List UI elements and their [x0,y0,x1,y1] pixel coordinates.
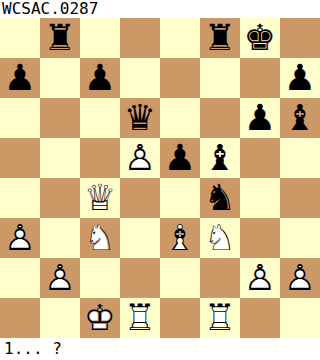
square-h6[interactable]: ♝ [280,98,320,138]
piece-outline: ♕ [80,178,120,218]
square-d1[interactable]: ♜♖ [120,298,160,338]
white-pawn[interactable]: ♟♙ [240,258,280,298]
square-a4[interactable] [0,178,40,218]
piece-outline: ♘ [80,218,120,258]
square-c4[interactable]: ♛♕ [80,178,120,218]
square-h4[interactable] [280,178,320,218]
square-b6[interactable] [40,98,80,138]
black-bishop[interactable]: ♝ [280,98,320,138]
square-a2[interactable] [0,258,40,298]
square-d8[interactable] [120,18,160,58]
piece-outline: ♙ [40,258,80,298]
white-rook[interactable]: ♜♖ [120,298,160,338]
square-e3[interactable]: ♝♗ [160,218,200,258]
black-knight[interactable]: ♞ [200,178,240,218]
square-a7[interactable]: ♟ [0,58,40,98]
white-queen[interactable]: ♛♕ [80,178,120,218]
white-pawn[interactable]: ♟♙ [40,258,80,298]
black-bishop[interactable]: ♝ [200,138,240,178]
square-f5[interactable]: ♝ [200,138,240,178]
square-g5[interactable] [240,138,280,178]
black-pawn[interactable]: ♟ [280,58,320,98]
square-e6[interactable] [160,98,200,138]
black-king[interactable]: ♚ [240,18,280,58]
square-e8[interactable] [160,18,200,58]
square-g1[interactable] [240,298,280,338]
piece-outline: ♙ [120,138,160,178]
square-d2[interactable] [120,258,160,298]
puzzle-id-label: WCSAC.0287 [0,0,320,18]
piece-outline: ♗ [160,218,200,258]
black-rook[interactable]: ♜ [40,18,80,58]
black-queen[interactable]: ♛ [120,98,160,138]
square-f1[interactable]: ♜♖ [200,298,240,338]
square-g4[interactable] [240,178,280,218]
square-b5[interactable] [40,138,80,178]
white-knight[interactable]: ♞♘ [200,218,240,258]
square-d5[interactable]: ♟♙ [120,138,160,178]
black-pawn[interactable]: ♟ [160,138,200,178]
square-f4[interactable]: ♞ [200,178,240,218]
white-king[interactable]: ♚♔ [80,298,120,338]
square-e1[interactable] [160,298,200,338]
square-d4[interactable] [120,178,160,218]
square-b7[interactable] [40,58,80,98]
square-h1[interactable] [280,298,320,338]
square-e2[interactable] [160,258,200,298]
square-f2[interactable] [200,258,240,298]
piece-outline: ♔ [80,298,120,338]
square-c5[interactable] [80,138,120,178]
black-pawn[interactable]: ♟ [0,58,40,98]
square-c3[interactable]: ♞♘ [80,218,120,258]
square-g7[interactable] [240,58,280,98]
piece-outline: ♙ [240,258,280,298]
square-c7[interactable]: ♟ [80,58,120,98]
move-prompt: 1... ? [0,338,320,360]
square-c6[interactable] [80,98,120,138]
square-c1[interactable]: ♚♔ [80,298,120,338]
square-a3[interactable]: ♟♙ [0,218,40,258]
square-d6[interactable]: ♛ [120,98,160,138]
square-a8[interactable] [0,18,40,58]
square-g6[interactable]: ♟ [240,98,280,138]
square-d7[interactable] [120,58,160,98]
white-pawn[interactable]: ♟♙ [0,218,40,258]
square-f3[interactable]: ♞♘ [200,218,240,258]
square-h2[interactable]: ♟♙ [280,258,320,298]
square-g3[interactable] [240,218,280,258]
square-b2[interactable]: ♟♙ [40,258,80,298]
square-e7[interactable] [160,58,200,98]
white-pawn[interactable]: ♟♙ [120,138,160,178]
square-h8[interactable] [280,18,320,58]
black-pawn[interactable]: ♟ [240,98,280,138]
square-b3[interactable] [40,218,80,258]
black-pawn[interactable]: ♟ [80,58,120,98]
square-e5[interactable]: ♟ [160,138,200,178]
white-rook[interactable]: ♜♖ [200,298,240,338]
square-a5[interactable] [0,138,40,178]
square-h3[interactable] [280,218,320,258]
piece-outline: ♖ [200,298,240,338]
chess-board: ♜♜♚♟♟♟♛♟♝♟♙♟♝♛♕♞♟♙♞♘♝♗♞♘♟♙♟♙♟♙♚♔♜♖♜♖ [0,18,320,338]
square-f7[interactable] [200,58,240,98]
square-f6[interactable] [200,98,240,138]
square-h5[interactable] [280,138,320,178]
square-b4[interactable] [40,178,80,218]
piece-outline: ♖ [120,298,160,338]
square-d3[interactable] [120,218,160,258]
square-f8[interactable]: ♜ [200,18,240,58]
square-c2[interactable] [80,258,120,298]
square-b8[interactable]: ♜ [40,18,80,58]
piece-outline: ♙ [280,258,320,298]
white-knight[interactable]: ♞♘ [80,218,120,258]
square-a6[interactable] [0,98,40,138]
square-c8[interactable] [80,18,120,58]
square-e4[interactable] [160,178,200,218]
square-h7[interactable]: ♟ [280,58,320,98]
square-g8[interactable]: ♚ [240,18,280,58]
square-a1[interactable] [0,298,40,338]
white-pawn[interactable]: ♟♙ [280,258,320,298]
square-b1[interactable] [40,298,80,338]
white-bishop[interactable]: ♝♗ [160,218,200,258]
piece-outline: ♘ [200,218,240,258]
black-rook[interactable]: ♜ [200,18,240,58]
square-g2[interactable]: ♟♙ [240,258,280,298]
piece-outline: ♙ [0,218,40,258]
